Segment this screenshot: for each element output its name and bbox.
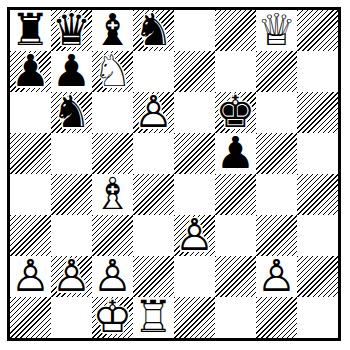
square-b1[interactable] [51, 297, 92, 338]
square-c8[interactable]: ♝♝ [92, 10, 133, 51]
piece-black-knight: ♞♞ [51, 92, 92, 133]
square-c4[interactable]: ♝♗ [92, 174, 133, 215]
square-g5[interactable] [256, 133, 297, 174]
square-c6[interactable] [92, 92, 133, 133]
square-e1[interactable] [174, 297, 215, 338]
black-king-icon: ♚ [215, 92, 256, 131]
square-d2[interactable] [133, 256, 174, 297]
square-b2[interactable]: ♟♙ [51, 256, 92, 297]
piece-white-pawn: ♟♙ [10, 256, 51, 297]
piece-white-king: ♚♔ [92, 297, 133, 338]
white-rook-icon: ♖ [133, 297, 174, 336]
piece-white-queen: ♛♕ [256, 10, 297, 51]
white-king-icon: ♔ [92, 297, 133, 336]
square-a5[interactable] [10, 133, 51, 174]
white-pawn-icon: ♙ [10, 256, 51, 295]
square-e4[interactable] [174, 174, 215, 215]
square-a8[interactable]: ♜♜ [10, 10, 51, 51]
white-pawn-icon: ♙ [51, 256, 92, 295]
piece-white-pawn: ♟♙ [51, 256, 92, 297]
piece-black-pawn: ♟♟ [215, 133, 256, 174]
square-c1[interactable]: ♚♔ [92, 297, 133, 338]
square-g8[interactable]: ♛♕ [256, 10, 297, 51]
square-g1[interactable] [256, 297, 297, 338]
square-d7[interactable] [133, 51, 174, 92]
piece-black-pawn: ♟♟ [51, 51, 92, 92]
black-pawn-icon: ♟ [215, 133, 256, 172]
black-pawn-icon: ♟ [10, 51, 51, 90]
square-e5[interactable] [174, 133, 215, 174]
square-d1[interactable]: ♜♖ [133, 297, 174, 338]
board-border: ♜♜♛♛♝♝♞♞♛♕♟♟♟♟♞♘♞♞♟♙♚♚♟♟♝♗♟♙♟♙♟♙♟♙♟♙♚♔♜♖ [7, 7, 341, 341]
square-b5[interactable] [51, 133, 92, 174]
square-a4[interactable] [10, 174, 51, 215]
white-pawn-icon: ♙ [256, 256, 297, 295]
square-d4[interactable] [133, 174, 174, 215]
piece-white-pawn: ♟♙ [256, 256, 297, 297]
square-g2[interactable]: ♟♙ [256, 256, 297, 297]
square-f4[interactable] [215, 174, 256, 215]
square-b4[interactable] [51, 174, 92, 215]
black-pawn-icon: ♟ [51, 51, 92, 90]
piece-white-bishop: ♝♗ [92, 174, 133, 215]
piece-black-knight: ♞♞ [133, 10, 174, 51]
piece-black-bishop: ♝♝ [92, 10, 133, 51]
square-a3[interactable] [10, 215, 51, 256]
white-queen-icon: ♕ [256, 10, 297, 49]
square-c3[interactable] [92, 215, 133, 256]
square-b7[interactable]: ♟♟ [51, 51, 92, 92]
square-b3[interactable] [51, 215, 92, 256]
square-h5[interactable] [297, 133, 338, 174]
square-a2[interactable]: ♟♙ [10, 256, 51, 297]
piece-black-rook: ♜♜ [10, 10, 51, 51]
white-bishop-icon: ♗ [92, 174, 133, 213]
square-g7[interactable] [256, 51, 297, 92]
square-a7[interactable]: ♟♟ [10, 51, 51, 92]
square-e7[interactable] [174, 51, 215, 92]
white-pawn-icon: ♙ [92, 256, 133, 295]
square-f3[interactable] [215, 215, 256, 256]
piece-white-pawn: ♟♙ [92, 256, 133, 297]
square-a6[interactable] [10, 92, 51, 133]
white-knight-icon: ♘ [92, 51, 133, 90]
square-f6[interactable]: ♚♚ [215, 92, 256, 133]
square-f8[interactable] [215, 10, 256, 51]
square-c7[interactable]: ♞♘ [92, 51, 133, 92]
square-h4[interactable] [297, 174, 338, 215]
square-d5[interactable] [133, 133, 174, 174]
square-h8[interactable] [297, 10, 338, 51]
square-f5[interactable]: ♟♟ [215, 133, 256, 174]
piece-white-rook: ♜♖ [133, 297, 174, 338]
black-rook-icon: ♜ [10, 10, 51, 49]
square-b8[interactable]: ♛♛ [51, 10, 92, 51]
piece-white-pawn: ♟♙ [133, 92, 174, 133]
white-pawn-icon: ♙ [174, 215, 215, 254]
black-knight-icon: ♞ [51, 92, 92, 131]
chess-diagram: ♜♜♛♛♝♝♞♞♛♕♟♟♟♟♞♘♞♞♟♙♚♚♟♟♝♗♟♙♟♙♟♙♟♙♟♙♚♔♜♖ [0, 0, 350, 350]
square-e8[interactable] [174, 10, 215, 51]
square-f1[interactable] [215, 297, 256, 338]
piece-white-pawn: ♟♙ [174, 215, 215, 256]
piece-black-pawn: ♟♟ [10, 51, 51, 92]
square-h1[interactable] [297, 297, 338, 338]
piece-white-knight: ♞♘ [92, 51, 133, 92]
chess-board: ♜♜♛♛♝♝♞♞♛♕♟♟♟♟♞♘♞♞♟♙♚♚♟♟♝♗♟♙♟♙♟♙♟♙♟♙♚♔♜♖ [10, 10, 338, 338]
square-e3[interactable]: ♟♙ [174, 215, 215, 256]
square-a1[interactable] [10, 297, 51, 338]
piece-black-king: ♚♚ [215, 92, 256, 133]
square-h2[interactable] [297, 256, 338, 297]
square-d8[interactable]: ♞♞ [133, 10, 174, 51]
square-d3[interactable] [133, 215, 174, 256]
square-d6[interactable]: ♟♙ [133, 92, 174, 133]
black-knight-icon: ♞ [133, 10, 174, 49]
square-b6[interactable]: ♞♞ [51, 92, 92, 133]
square-f7[interactable] [215, 51, 256, 92]
square-e6[interactable] [174, 92, 215, 133]
square-g6[interactable] [256, 92, 297, 133]
square-f2[interactable] [215, 256, 256, 297]
white-pawn-icon: ♙ [133, 92, 174, 131]
square-h3[interactable] [297, 215, 338, 256]
square-h7[interactable] [297, 51, 338, 92]
square-g4[interactable] [256, 174, 297, 215]
square-h6[interactable] [297, 92, 338, 133]
square-c2[interactable]: ♟♙ [92, 256, 133, 297]
square-c5[interactable] [92, 133, 133, 174]
square-e2[interactable] [174, 256, 215, 297]
piece-black-queen: ♛♛ [51, 10, 92, 51]
black-bishop-icon: ♝ [92, 10, 133, 49]
square-g3[interactable] [256, 215, 297, 256]
black-queen-icon: ♛ [51, 10, 92, 49]
